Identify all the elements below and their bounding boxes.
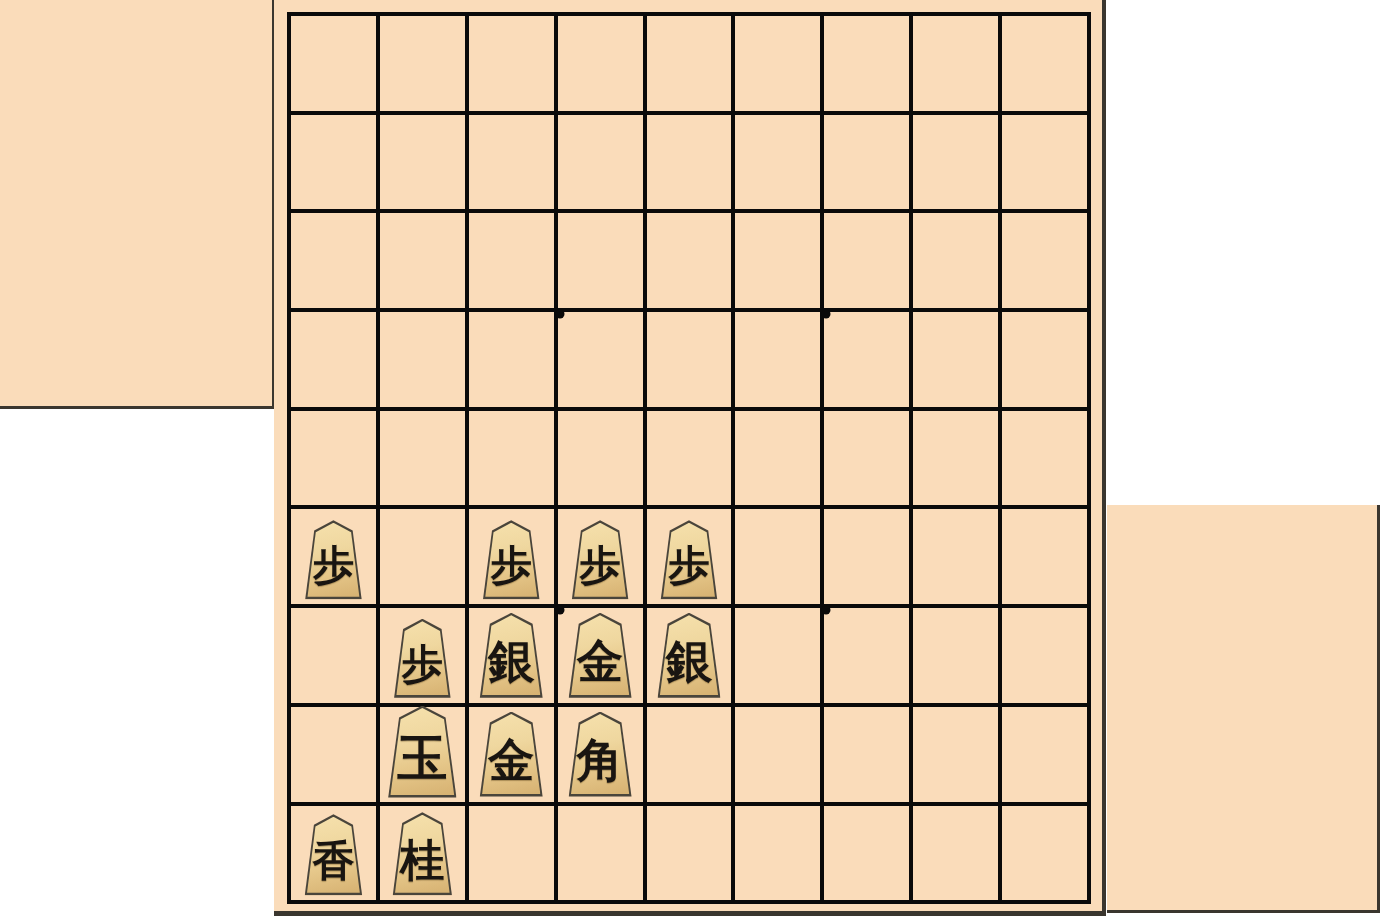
square-6h[interactable]: 角 (558, 707, 643, 802)
square-4d[interactable] (735, 312, 820, 407)
captured-tray-right[interactable] (1107, 505, 1380, 913)
square-4c[interactable] (735, 213, 820, 308)
piece-face: 歩 (305, 523, 362, 597)
shogi-piece-lance-9i[interactable]: 香 (302, 814, 365, 895)
square-5g[interactable]: 銀 (647, 608, 732, 703)
square-1a[interactable] (1002, 16, 1087, 111)
square-9b[interactable] (291, 115, 376, 210)
square-6i[interactable] (558, 806, 643, 901)
square-2i[interactable] (913, 806, 998, 901)
shogi-piece-pawn-8g[interactable]: 歩 (391, 619, 453, 698)
square-3b[interactable] (824, 115, 909, 210)
square-9e[interactable] (291, 411, 376, 506)
square-8b[interactable] (380, 115, 465, 210)
square-3h[interactable] (824, 707, 909, 802)
piece-kanji-pawn: 歩 (580, 545, 621, 586)
square-2e[interactable] (913, 411, 998, 506)
square-2d[interactable] (913, 312, 998, 407)
hoshi-dot (555, 310, 564, 319)
piece-face: 金 (479, 714, 543, 794)
piece-kanji-pawn: 歩 (402, 644, 443, 685)
shogi-piece-king-8h[interactable]: 玉 (385, 706, 460, 798)
square-4b[interactable] (735, 115, 820, 210)
shogi-piece-gold-6g[interactable]: 金 (566, 613, 635, 698)
square-6f[interactable]: 歩 (558, 509, 643, 604)
square-4f[interactable] (735, 509, 820, 604)
shogi-piece-pawn-6f[interactable]: 歩 (569, 520, 631, 599)
square-3d[interactable] (824, 312, 909, 407)
square-8e[interactable] (380, 411, 465, 506)
hoshi-dot (822, 606, 831, 615)
square-9g[interactable] (291, 608, 376, 703)
square-9h[interactable] (291, 707, 376, 802)
piece-kanji-pawn: 歩 (313, 545, 354, 586)
square-1d[interactable] (1002, 312, 1087, 407)
square-1g[interactable] (1002, 608, 1087, 703)
square-4a[interactable] (735, 16, 820, 111)
square-8d[interactable] (380, 312, 465, 407)
square-5f[interactable]: 歩 (647, 509, 732, 604)
piece-kanji-bishop: 角 (577, 737, 623, 783)
square-1h[interactable] (1002, 707, 1087, 802)
shogi-piece-bishop-6h[interactable]: 角 (566, 712, 635, 797)
piece-face: 歩 (394, 621, 451, 695)
square-6d[interactable] (558, 312, 643, 407)
square-2b[interactable] (913, 115, 998, 210)
square-3f[interactable] (824, 509, 909, 604)
square-1e[interactable] (1002, 411, 1087, 506)
square-6e[interactable] (558, 411, 643, 506)
square-7d[interactable] (469, 312, 554, 407)
square-5i[interactable] (647, 806, 732, 901)
square-5c[interactable] (647, 213, 732, 308)
shogi-piece-pawn-7f[interactable]: 歩 (480, 520, 542, 599)
square-7f[interactable]: 歩 (469, 509, 554, 604)
piece-face: 銀 (479, 615, 543, 695)
square-2h[interactable] (913, 707, 998, 802)
piece-face: 金 (568, 615, 632, 695)
hoshi-dot (555, 606, 564, 615)
square-2g[interactable] (913, 608, 998, 703)
shogi-piece-pawn-9f[interactable]: 歩 (302, 520, 364, 599)
square-7i[interactable] (469, 806, 554, 901)
square-5e[interactable] (647, 411, 732, 506)
shogi-piece-knight-8i[interactable]: 桂 (390, 812, 455, 895)
piece-face: 歩 (661, 523, 718, 597)
square-7e[interactable] (469, 411, 554, 506)
square-9c[interactable] (291, 213, 376, 308)
piece-face: 香 (304, 817, 362, 893)
piece-face: 歩 (572, 523, 629, 597)
square-8i[interactable]: 桂 (380, 806, 465, 901)
square-9d[interactable] (291, 312, 376, 407)
piece-face: 角 (568, 714, 632, 794)
square-5a[interactable] (647, 16, 732, 111)
shogi-piece-silver-5g[interactable]: 銀 (655, 613, 724, 698)
piece-kanji-silver: 銀 (488, 638, 534, 684)
square-8a[interactable] (380, 16, 465, 111)
square-8g[interactable]: 歩 (380, 608, 465, 703)
square-8c[interactable] (380, 213, 465, 308)
square-6c[interactable] (558, 213, 643, 308)
square-4h[interactable] (735, 707, 820, 802)
square-8h[interactable]: 玉 (380, 707, 465, 802)
square-5h[interactable] (647, 707, 732, 802)
piece-kanji-silver: 銀 (666, 638, 712, 684)
square-8f[interactable] (380, 509, 465, 604)
square-7c[interactable] (469, 213, 554, 308)
square-4i[interactable] (735, 806, 820, 901)
square-5d[interactable] (647, 312, 732, 407)
square-3c[interactable] (824, 213, 909, 308)
square-3a[interactable] (824, 16, 909, 111)
board-grid: 歩歩歩歩歩銀金銀玉金角香桂 (287, 12, 1091, 904)
piece-kanji-pawn: 歩 (669, 545, 710, 586)
shogi-piece-silver-7g[interactable]: 銀 (477, 613, 546, 698)
square-6a[interactable] (558, 16, 643, 111)
square-9a[interactable] (291, 16, 376, 111)
hoshi-dot (822, 310, 831, 319)
square-1c[interactable] (1002, 213, 1087, 308)
captured-tray-left[interactable] (0, 0, 275, 409)
square-7b[interactable] (469, 115, 554, 210)
square-9f[interactable]: 歩 (291, 509, 376, 604)
piece-kanji-pawn: 歩 (491, 545, 532, 586)
square-4e[interactable] (735, 411, 820, 506)
square-1b[interactable] (1002, 115, 1087, 210)
piece-face: 玉 (387, 708, 457, 795)
piece-face: 桂 (392, 815, 452, 893)
piece-face: 歩 (483, 523, 540, 597)
piece-kanji-king: 玉 (397, 733, 447, 783)
square-4g[interactable] (735, 608, 820, 703)
square-6g[interactable]: 金 (558, 608, 643, 703)
square-2f[interactable] (913, 509, 998, 604)
square-6b[interactable] (558, 115, 643, 210)
square-9i[interactable]: 香 (291, 806, 376, 901)
piece-kanji-lance: 香 (312, 840, 354, 882)
square-3i[interactable] (824, 806, 909, 901)
square-5b[interactable] (647, 115, 732, 210)
square-2a[interactable] (913, 16, 998, 111)
square-3g[interactable] (824, 608, 909, 703)
square-2c[interactable] (913, 213, 998, 308)
shogi-board: 歩歩歩歩歩銀金銀玉金角香桂 (274, 0, 1106, 916)
shogi-piece-gold-7h[interactable]: 金 (477, 712, 546, 797)
piece-kanji-gold: 金 (488, 737, 534, 783)
square-7a[interactable] (469, 16, 554, 111)
square-7h[interactable]: 金 (469, 707, 554, 802)
shogi-piece-pawn-5f[interactable]: 歩 (658, 520, 720, 599)
piece-kanji-gold: 金 (577, 638, 623, 684)
square-1i[interactable] (1002, 806, 1087, 901)
square-1f[interactable] (1002, 509, 1087, 604)
shogi-scene: 歩歩歩歩歩銀金銀玉金角香桂 (0, 0, 1380, 916)
square-3e[interactable] (824, 411, 909, 506)
square-7g[interactable]: 銀 (469, 608, 554, 703)
piece-face: 銀 (657, 615, 721, 695)
piece-kanji-knight: 桂 (400, 838, 444, 882)
